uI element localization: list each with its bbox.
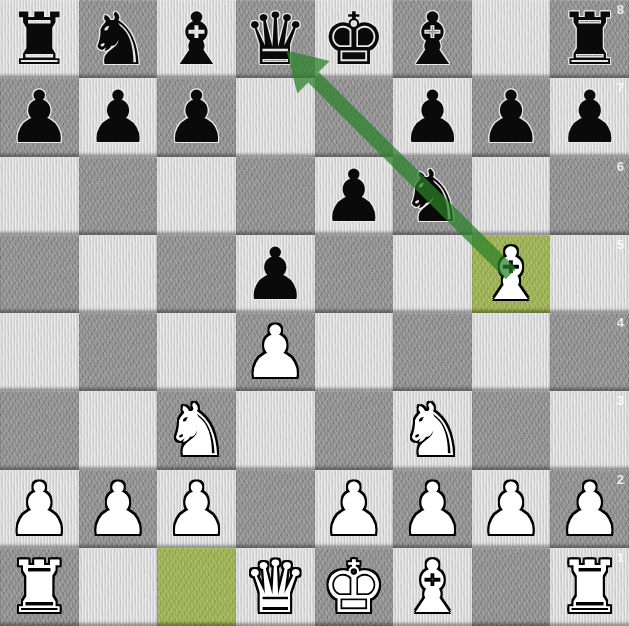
square-a6[interactable] bbox=[0, 157, 79, 235]
square-f6[interactable]: ♞ bbox=[393, 157, 472, 235]
black-knight[interactable]: ♞ bbox=[393, 157, 472, 235]
square-h8[interactable]: ♜8 bbox=[550, 0, 629, 78]
square-b1[interactable] bbox=[79, 548, 158, 626]
white-pawn[interactable]: ♟ bbox=[79, 470, 158, 548]
square-b8[interactable]: ♞ bbox=[79, 0, 158, 78]
square-d4[interactable]: ♟ bbox=[236, 313, 315, 391]
square-d1[interactable]: ♛ bbox=[236, 548, 315, 626]
square-f3[interactable]: ♞ bbox=[393, 391, 472, 469]
square-b5[interactable] bbox=[79, 235, 158, 313]
square-d7[interactable] bbox=[236, 78, 315, 156]
square-b3[interactable] bbox=[79, 391, 158, 469]
square-g4[interactable] bbox=[472, 313, 551, 391]
square-c3[interactable]: ♞ bbox=[157, 391, 236, 469]
square-c5[interactable] bbox=[157, 235, 236, 313]
square-d6[interactable] bbox=[236, 157, 315, 235]
black-king[interactable]: ♚ bbox=[315, 0, 394, 78]
black-pawn[interactable]: ♟ bbox=[79, 78, 158, 156]
white-knight[interactable]: ♞ bbox=[157, 391, 236, 469]
black-queen[interactable]: ♛ bbox=[236, 0, 315, 78]
white-pawn[interactable]: ♟ bbox=[550, 470, 629, 548]
white-queen[interactable]: ♛ bbox=[236, 548, 315, 626]
square-c1[interactable] bbox=[157, 548, 236, 626]
square-e4[interactable] bbox=[315, 313, 394, 391]
square-a5[interactable] bbox=[0, 235, 79, 313]
black-pawn[interactable]: ♟ bbox=[393, 78, 472, 156]
black-bishop[interactable]: ♝ bbox=[393, 0, 472, 78]
square-e2[interactable]: ♟ bbox=[315, 470, 394, 548]
square-e5[interactable] bbox=[315, 235, 394, 313]
rank-label-5: 5 bbox=[617, 237, 624, 252]
square-d2[interactable] bbox=[236, 470, 315, 548]
square-a2[interactable]: ♟ bbox=[0, 470, 79, 548]
rank-label-4: 4 bbox=[617, 315, 624, 330]
square-a3[interactable] bbox=[0, 391, 79, 469]
white-pawn[interactable]: ♟ bbox=[157, 470, 236, 548]
black-pawn[interactable]: ♟ bbox=[550, 78, 629, 156]
square-b7[interactable]: ♟ bbox=[79, 78, 158, 156]
square-c6[interactable] bbox=[157, 157, 236, 235]
rank-label-3: 3 bbox=[617, 393, 624, 408]
square-g3[interactable] bbox=[472, 391, 551, 469]
square-e8[interactable]: ♚ bbox=[315, 0, 394, 78]
black-bishop[interactable]: ♝ bbox=[157, 0, 236, 78]
white-king[interactable]: ♚ bbox=[315, 548, 394, 626]
square-g1[interactable] bbox=[472, 548, 551, 626]
chess-board: ♜♞♝♛♚♝♜8♟♟♟♟♟♟7♟♞6♟♝5♟4♞♞3♟♟♟♟♟♟♟2♜♛♚♝♜1 bbox=[0, 0, 629, 626]
square-f2[interactable]: ♟ bbox=[393, 470, 472, 548]
square-d5[interactable]: ♟ bbox=[236, 235, 315, 313]
square-c8[interactable]: ♝ bbox=[157, 0, 236, 78]
square-f7[interactable]: ♟ bbox=[393, 78, 472, 156]
black-rook[interactable]: ♜ bbox=[550, 0, 629, 78]
square-b2[interactable]: ♟ bbox=[79, 470, 158, 548]
square-d3[interactable] bbox=[236, 391, 315, 469]
white-pawn[interactable]: ♟ bbox=[236, 313, 315, 391]
white-rook[interactable]: ♜ bbox=[0, 548, 79, 626]
square-a7[interactable]: ♟ bbox=[0, 78, 79, 156]
square-e7[interactable] bbox=[315, 78, 394, 156]
square-d8[interactable]: ♛ bbox=[236, 0, 315, 78]
white-rook[interactable]: ♜ bbox=[550, 548, 629, 626]
square-e3[interactable] bbox=[315, 391, 394, 469]
white-pawn[interactable]: ♟ bbox=[315, 470, 394, 548]
square-h3[interactable]: 3 bbox=[550, 391, 629, 469]
square-g2[interactable]: ♟ bbox=[472, 470, 551, 548]
square-c4[interactable] bbox=[157, 313, 236, 391]
square-h1[interactable]: ♜1 bbox=[550, 548, 629, 626]
square-a1[interactable]: ♜ bbox=[0, 548, 79, 626]
square-a8[interactable]: ♜ bbox=[0, 0, 79, 78]
square-e6[interactable]: ♟ bbox=[315, 157, 394, 235]
square-h4[interactable]: 4 bbox=[550, 313, 629, 391]
square-h6[interactable]: 6 bbox=[550, 157, 629, 235]
black-rook[interactable]: ♜ bbox=[0, 0, 79, 78]
square-h5[interactable]: 5 bbox=[550, 235, 629, 313]
square-c2[interactable]: ♟ bbox=[157, 470, 236, 548]
white-pawn[interactable]: ♟ bbox=[472, 470, 551, 548]
square-h2[interactable]: ♟2 bbox=[550, 470, 629, 548]
square-h7[interactable]: ♟7 bbox=[550, 78, 629, 156]
square-f8[interactable]: ♝ bbox=[393, 0, 472, 78]
square-g8[interactable] bbox=[472, 0, 551, 78]
square-g7[interactable]: ♟ bbox=[472, 78, 551, 156]
white-bishop[interactable]: ♝ bbox=[393, 548, 472, 626]
black-pawn[interactable]: ♟ bbox=[236, 235, 315, 313]
black-pawn[interactable]: ♟ bbox=[315, 157, 394, 235]
white-bishop[interactable]: ♝ bbox=[472, 235, 551, 313]
square-e1[interactable]: ♚ bbox=[315, 548, 394, 626]
white-pawn[interactable]: ♟ bbox=[393, 470, 472, 548]
square-f1[interactable]: ♝ bbox=[393, 548, 472, 626]
square-c7[interactable]: ♟ bbox=[157, 78, 236, 156]
square-b4[interactable] bbox=[79, 313, 158, 391]
square-g5[interactable]: ♝ bbox=[472, 235, 551, 313]
chess-board-stage: ♜♞♝♛♚♝♜8♟♟♟♟♟♟7♟♞6♟♝5♟4♞♞3♟♟♟♟♟♟♟2♜♛♚♝♜1 bbox=[0, 0, 629, 626]
black-knight[interactable]: ♞ bbox=[79, 0, 158, 78]
black-pawn[interactable]: ♟ bbox=[0, 78, 79, 156]
black-pawn[interactable]: ♟ bbox=[157, 78, 236, 156]
square-f4[interactable] bbox=[393, 313, 472, 391]
square-f5[interactable] bbox=[393, 235, 472, 313]
black-pawn[interactable]: ♟ bbox=[472, 78, 551, 156]
square-b6[interactable] bbox=[79, 157, 158, 235]
white-pawn[interactable]: ♟ bbox=[0, 470, 79, 548]
white-knight[interactable]: ♞ bbox=[393, 391, 472, 469]
rank-label-6: 6 bbox=[617, 159, 624, 174]
square-a4[interactable] bbox=[0, 313, 79, 391]
square-g6[interactable] bbox=[472, 157, 551, 235]
